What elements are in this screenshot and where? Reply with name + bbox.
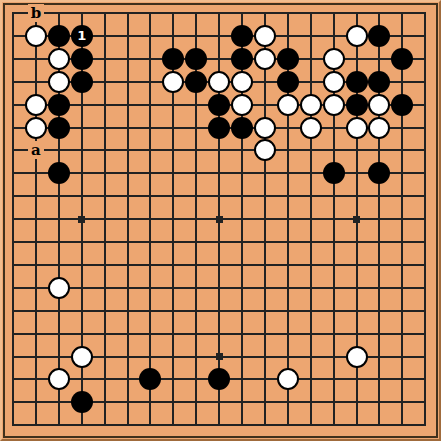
black-stone[interactable] bbox=[231, 48, 253, 70]
black-stone[interactable] bbox=[139, 368, 161, 390]
hoshi-point bbox=[216, 353, 223, 360]
white-stone[interactable] bbox=[300, 94, 322, 116]
white-stone[interactable] bbox=[277, 368, 299, 390]
white-stone[interactable] bbox=[25, 117, 47, 139]
black-stone[interactable] bbox=[368, 25, 390, 47]
white-stone[interactable] bbox=[48, 277, 70, 299]
black-stone[interactable] bbox=[185, 71, 207, 93]
white-stone[interactable] bbox=[346, 117, 368, 139]
marked-stone-1[interactable]: 1 bbox=[71, 25, 93, 47]
grid-line-vertical bbox=[424, 12, 426, 426]
white-stone[interactable] bbox=[231, 94, 253, 116]
white-stone[interactable] bbox=[254, 25, 276, 47]
hoshi-point bbox=[78, 216, 85, 223]
black-stone[interactable] bbox=[71, 391, 93, 413]
grid-line-horizontal bbox=[12, 241, 426, 243]
black-stone[interactable] bbox=[71, 48, 93, 70]
white-stone[interactable] bbox=[368, 117, 390, 139]
white-stone[interactable] bbox=[323, 94, 345, 116]
black-stone[interactable] bbox=[208, 368, 230, 390]
black-stone[interactable] bbox=[48, 25, 70, 47]
black-stone[interactable] bbox=[368, 71, 390, 93]
white-stone[interactable] bbox=[48, 48, 70, 70]
move-number-label: 1 bbox=[77, 29, 86, 42]
white-stone[interactable] bbox=[71, 346, 93, 368]
white-stone[interactable] bbox=[25, 25, 47, 47]
black-stone[interactable] bbox=[185, 48, 207, 70]
black-stone[interactable] bbox=[208, 94, 230, 116]
white-stone[interactable] bbox=[346, 346, 368, 368]
black-stone[interactable] bbox=[277, 48, 299, 70]
black-stone[interactable] bbox=[391, 48, 413, 70]
grid-line-horizontal bbox=[12, 264, 426, 266]
black-stone[interactable] bbox=[208, 117, 230, 139]
grid-line-vertical bbox=[310, 12, 312, 426]
grid-line-vertical bbox=[264, 12, 266, 426]
white-stone[interactable] bbox=[25, 94, 47, 116]
white-stone[interactable] bbox=[254, 139, 276, 161]
white-stone[interactable] bbox=[254, 48, 276, 70]
white-stone[interactable] bbox=[254, 117, 276, 139]
black-stone[interactable] bbox=[346, 94, 368, 116]
black-stone[interactable] bbox=[323, 162, 345, 184]
grid-line-horizontal bbox=[12, 310, 426, 312]
black-stone[interactable] bbox=[231, 25, 253, 47]
white-stone[interactable] bbox=[300, 117, 322, 139]
point-label-a: a bbox=[28, 141, 44, 159]
point-label-b: b bbox=[28, 4, 44, 22]
black-stone[interactable] bbox=[231, 117, 253, 139]
black-stone[interactable] bbox=[162, 48, 184, 70]
black-stone[interactable] bbox=[71, 71, 93, 93]
white-stone[interactable] bbox=[208, 71, 230, 93]
white-stone[interactable] bbox=[162, 71, 184, 93]
white-stone[interactable] bbox=[323, 71, 345, 93]
grid-line-horizontal bbox=[12, 333, 426, 335]
white-stone[interactable] bbox=[277, 94, 299, 116]
black-stone[interactable] bbox=[48, 94, 70, 116]
grid-line-horizontal bbox=[12, 424, 426, 426]
white-stone[interactable] bbox=[48, 368, 70, 390]
hoshi-point bbox=[216, 216, 223, 223]
black-stone[interactable] bbox=[346, 71, 368, 93]
black-stone[interactable] bbox=[391, 94, 413, 116]
white-stone[interactable] bbox=[368, 94, 390, 116]
black-stone[interactable] bbox=[48, 117, 70, 139]
black-stone[interactable] bbox=[277, 71, 299, 93]
hoshi-point bbox=[353, 216, 360, 223]
white-stone[interactable] bbox=[48, 71, 70, 93]
white-stone[interactable] bbox=[323, 48, 345, 70]
white-stone[interactable] bbox=[231, 71, 253, 93]
go-board[interactable]: b1a bbox=[0, 0, 441, 441]
grid-line-horizontal bbox=[12, 287, 426, 289]
black-stone[interactable] bbox=[368, 162, 390, 184]
white-stone[interactable] bbox=[346, 25, 368, 47]
black-stone[interactable] bbox=[48, 162, 70, 184]
grid-line-vertical bbox=[401, 12, 403, 426]
